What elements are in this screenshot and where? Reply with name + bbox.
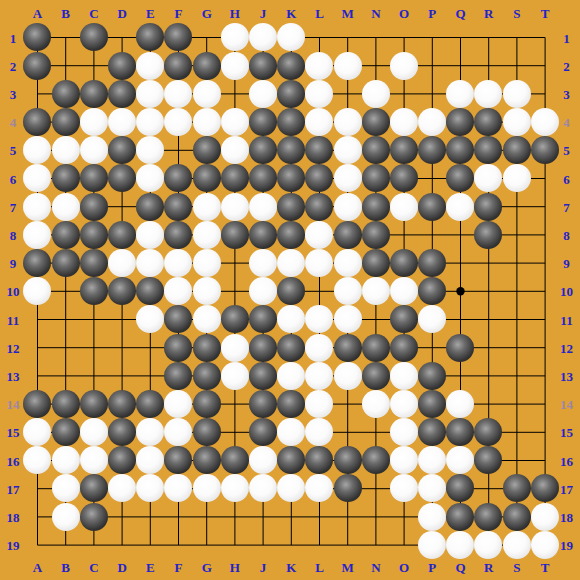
intersection-D12[interactable] [108, 333, 136, 361]
intersection-K14[interactable] [277, 390, 305, 418]
intersection-T15[interactable] [531, 418, 559, 446]
intersection-F15[interactable] [164, 418, 192, 446]
intersection-R7[interactable] [474, 193, 502, 221]
intersection-F11[interactable] [164, 305, 192, 333]
intersection-F14[interactable] [164, 390, 192, 418]
intersection-G4[interactable] [193, 108, 221, 136]
intersection-B12[interactable] [52, 333, 80, 361]
intersection-R2[interactable] [474, 52, 502, 80]
intersection-R17[interactable] [474, 474, 502, 502]
intersection-C5[interactable] [80, 136, 108, 164]
intersection-O10[interactable] [390, 277, 418, 305]
intersection-K15[interactable] [277, 418, 305, 446]
intersection-K2[interactable] [277, 52, 305, 80]
intersection-M19[interactable] [333, 531, 361, 559]
intersection-M2[interactable] [333, 52, 361, 80]
intersection-C9[interactable] [80, 249, 108, 277]
intersection-Q15[interactable] [446, 418, 474, 446]
intersection-D16[interactable] [108, 446, 136, 474]
intersection-F10[interactable] [164, 277, 192, 305]
intersection-P16[interactable] [418, 446, 446, 474]
intersection-C11[interactable] [80, 305, 108, 333]
intersection-P11[interactable] [418, 305, 446, 333]
intersection-F5[interactable] [164, 136, 192, 164]
intersection-D11[interactable] [108, 305, 136, 333]
intersection-G18[interactable] [193, 503, 221, 531]
intersection-C12[interactable] [80, 333, 108, 361]
intersection-R5[interactable] [474, 136, 502, 164]
intersection-G5[interactable] [193, 136, 221, 164]
intersection-L17[interactable] [305, 474, 333, 502]
intersection-L2[interactable] [305, 52, 333, 80]
intersection-J3[interactable] [249, 80, 277, 108]
intersection-E3[interactable] [136, 80, 164, 108]
intersection-Q9[interactable] [446, 249, 474, 277]
intersection-T14[interactable] [531, 390, 559, 418]
intersection-S9[interactable] [503, 249, 531, 277]
intersection-H5[interactable] [221, 136, 249, 164]
intersection-D1[interactable] [108, 23, 136, 51]
intersection-E12[interactable] [136, 333, 164, 361]
intersection-N14[interactable] [362, 390, 390, 418]
intersection-T9[interactable] [531, 249, 559, 277]
intersection-F4[interactable] [164, 108, 192, 136]
intersection-T18[interactable] [531, 503, 559, 531]
intersection-D14[interactable] [108, 390, 136, 418]
intersection-N15[interactable] [362, 418, 390, 446]
intersection-B1[interactable] [52, 23, 80, 51]
intersection-M5[interactable] [333, 136, 361, 164]
intersection-M12[interactable] [333, 333, 361, 361]
intersection-O18[interactable] [390, 503, 418, 531]
intersection-K7[interactable] [277, 193, 305, 221]
intersection-L8[interactable] [305, 221, 333, 249]
intersection-H19[interactable] [221, 531, 249, 559]
intersection-C4[interactable] [80, 108, 108, 136]
intersection-A13[interactable] [23, 362, 51, 390]
intersection-F2[interactable] [164, 52, 192, 80]
intersection-R10[interactable] [474, 277, 502, 305]
intersection-N18[interactable] [362, 503, 390, 531]
intersection-F12[interactable] [164, 333, 192, 361]
intersection-A12[interactable] [23, 333, 51, 361]
intersection-S17[interactable] [503, 474, 531, 502]
intersection-O12[interactable] [390, 333, 418, 361]
intersection-Q12[interactable] [446, 333, 474, 361]
intersection-G7[interactable] [193, 193, 221, 221]
intersection-L11[interactable] [305, 305, 333, 333]
intersection-D19[interactable] [108, 531, 136, 559]
intersection-N19[interactable] [362, 531, 390, 559]
intersection-N11[interactable] [362, 305, 390, 333]
intersection-R1[interactable] [474, 23, 502, 51]
intersection-G17[interactable] [193, 474, 221, 502]
intersection-B14[interactable] [52, 390, 80, 418]
intersection-L13[interactable] [305, 362, 333, 390]
intersection-O1[interactable] [390, 23, 418, 51]
intersection-B11[interactable] [52, 305, 80, 333]
intersection-S10[interactable] [503, 277, 531, 305]
intersection-J15[interactable] [249, 418, 277, 446]
intersection-N9[interactable] [362, 249, 390, 277]
intersection-C1[interactable] [80, 23, 108, 51]
intersection-C13[interactable] [80, 362, 108, 390]
intersection-F18[interactable] [164, 503, 192, 531]
intersection-E1[interactable] [136, 23, 164, 51]
intersection-K8[interactable] [277, 221, 305, 249]
intersection-R3[interactable] [474, 80, 502, 108]
intersection-O6[interactable] [390, 164, 418, 192]
intersection-C7[interactable] [80, 193, 108, 221]
intersection-N13[interactable] [362, 362, 390, 390]
intersection-L3[interactable] [305, 80, 333, 108]
intersection-L18[interactable] [305, 503, 333, 531]
intersection-E11[interactable] [136, 305, 164, 333]
intersection-D2[interactable] [108, 52, 136, 80]
intersection-Q1[interactable] [446, 23, 474, 51]
intersection-O14[interactable] [390, 390, 418, 418]
intersection-J5[interactable] [249, 136, 277, 164]
intersection-M7[interactable] [333, 193, 361, 221]
intersection-B16[interactable] [52, 446, 80, 474]
intersection-B8[interactable] [52, 221, 80, 249]
intersection-M4[interactable] [333, 108, 361, 136]
intersection-J4[interactable] [249, 108, 277, 136]
intersection-D13[interactable] [108, 362, 136, 390]
intersection-G6[interactable] [193, 164, 221, 192]
intersection-Q4[interactable] [446, 108, 474, 136]
intersection-K3[interactable] [277, 80, 305, 108]
intersection-G13[interactable] [193, 362, 221, 390]
intersection-O15[interactable] [390, 418, 418, 446]
intersection-P14[interactable] [418, 390, 446, 418]
intersection-A18[interactable] [23, 503, 51, 531]
intersection-Q3[interactable] [446, 80, 474, 108]
intersection-L5[interactable] [305, 136, 333, 164]
intersection-H1[interactable] [221, 23, 249, 51]
intersection-P1[interactable] [418, 23, 446, 51]
intersection-A15[interactable] [23, 418, 51, 446]
intersection-B6[interactable] [52, 164, 80, 192]
intersection-R18[interactable] [474, 503, 502, 531]
intersection-K4[interactable] [277, 108, 305, 136]
intersection-Q14[interactable] [446, 390, 474, 418]
intersection-H16[interactable] [221, 446, 249, 474]
intersection-N2[interactable] [362, 52, 390, 80]
intersection-Q16[interactable] [446, 446, 474, 474]
intersection-S11[interactable] [503, 305, 531, 333]
intersection-O19[interactable] [390, 531, 418, 559]
intersection-O11[interactable] [390, 305, 418, 333]
intersection-J7[interactable] [249, 193, 277, 221]
intersection-D5[interactable] [108, 136, 136, 164]
intersection-P4[interactable] [418, 108, 446, 136]
intersection-R11[interactable] [474, 305, 502, 333]
intersection-M17[interactable] [333, 474, 361, 502]
intersection-J11[interactable] [249, 305, 277, 333]
intersection-P8[interactable] [418, 221, 446, 249]
intersection-Q11[interactable] [446, 305, 474, 333]
intersection-P15[interactable] [418, 418, 446, 446]
intersection-T2[interactable] [531, 52, 559, 80]
intersection-P2[interactable] [418, 52, 446, 80]
intersection-T5[interactable] [531, 136, 559, 164]
intersection-N3[interactable] [362, 80, 390, 108]
intersection-G10[interactable] [193, 277, 221, 305]
intersection-G9[interactable] [193, 249, 221, 277]
intersection-K1[interactable] [277, 23, 305, 51]
intersection-M3[interactable] [333, 80, 361, 108]
intersection-H7[interactable] [221, 193, 249, 221]
intersection-B18[interactable] [52, 503, 80, 531]
intersection-T16[interactable] [531, 446, 559, 474]
intersection-E7[interactable] [136, 193, 164, 221]
intersection-F1[interactable] [164, 23, 192, 51]
intersection-L7[interactable] [305, 193, 333, 221]
intersection-R4[interactable] [474, 108, 502, 136]
intersection-T17[interactable] [531, 474, 559, 502]
intersection-L12[interactable] [305, 333, 333, 361]
intersection-S5[interactable] [503, 136, 531, 164]
intersection-B17[interactable] [52, 474, 80, 502]
intersection-H17[interactable] [221, 474, 249, 502]
intersection-M14[interactable] [333, 390, 361, 418]
intersection-T6[interactable] [531, 164, 559, 192]
intersection-H10[interactable] [221, 277, 249, 305]
intersection-S3[interactable] [503, 80, 531, 108]
intersection-O9[interactable] [390, 249, 418, 277]
intersection-F6[interactable] [164, 164, 192, 192]
intersection-D8[interactable] [108, 221, 136, 249]
intersection-S12[interactable] [503, 333, 531, 361]
intersection-S19[interactable] [503, 531, 531, 559]
intersection-E13[interactable] [136, 362, 164, 390]
intersection-A8[interactable] [23, 221, 51, 249]
intersection-M13[interactable] [333, 362, 361, 390]
intersection-L15[interactable] [305, 418, 333, 446]
intersection-Q5[interactable] [446, 136, 474, 164]
intersection-H11[interactable] [221, 305, 249, 333]
intersection-A6[interactable] [23, 164, 51, 192]
intersection-T3[interactable] [531, 80, 559, 108]
intersection-P18[interactable] [418, 503, 446, 531]
intersection-M1[interactable] [333, 23, 361, 51]
intersection-S13[interactable] [503, 362, 531, 390]
intersection-N4[interactable] [362, 108, 390, 136]
intersection-B13[interactable] [52, 362, 80, 390]
intersection-C16[interactable] [80, 446, 108, 474]
intersection-L10[interactable] [305, 277, 333, 305]
intersection-M16[interactable] [333, 446, 361, 474]
intersection-H15[interactable] [221, 418, 249, 446]
intersection-A1[interactable] [23, 23, 51, 51]
intersection-G2[interactable] [193, 52, 221, 80]
intersection-E10[interactable] [136, 277, 164, 305]
intersection-T7[interactable] [531, 193, 559, 221]
intersection-M18[interactable] [333, 503, 361, 531]
intersection-D9[interactable] [108, 249, 136, 277]
intersection-M15[interactable] [333, 418, 361, 446]
intersection-D6[interactable] [108, 164, 136, 192]
intersection-S7[interactable] [503, 193, 531, 221]
intersection-E16[interactable] [136, 446, 164, 474]
intersection-D7[interactable] [108, 193, 136, 221]
intersection-K9[interactable] [277, 249, 305, 277]
intersection-H12[interactable] [221, 333, 249, 361]
intersection-H3[interactable] [221, 80, 249, 108]
intersection-C19[interactable] [80, 531, 108, 559]
intersection-J8[interactable] [249, 221, 277, 249]
intersection-C2[interactable] [80, 52, 108, 80]
intersection-L14[interactable] [305, 390, 333, 418]
intersection-J10[interactable] [249, 277, 277, 305]
intersection-C15[interactable] [80, 418, 108, 446]
intersection-M10[interactable] [333, 277, 361, 305]
intersection-P6[interactable] [418, 164, 446, 192]
intersection-G12[interactable] [193, 333, 221, 361]
intersection-Q19[interactable] [446, 531, 474, 559]
intersection-A4[interactable] [23, 108, 51, 136]
intersection-C3[interactable] [80, 80, 108, 108]
intersection-T4[interactable] [531, 108, 559, 136]
intersection-E9[interactable] [136, 249, 164, 277]
intersection-A19[interactable] [23, 531, 51, 559]
intersection-T10[interactable] [531, 277, 559, 305]
intersection-K6[interactable] [277, 164, 305, 192]
intersection-O17[interactable] [390, 474, 418, 502]
intersection-O2[interactable] [390, 52, 418, 80]
intersection-J19[interactable] [249, 531, 277, 559]
intersection-H8[interactable] [221, 221, 249, 249]
intersection-N12[interactable] [362, 333, 390, 361]
intersection-J13[interactable] [249, 362, 277, 390]
intersection-M8[interactable] [333, 221, 361, 249]
intersection-L1[interactable] [305, 23, 333, 51]
intersection-S15[interactable] [503, 418, 531, 446]
intersection-O7[interactable] [390, 193, 418, 221]
intersection-F9[interactable] [164, 249, 192, 277]
intersection-E15[interactable] [136, 418, 164, 446]
intersection-R14[interactable] [474, 390, 502, 418]
intersection-F19[interactable] [164, 531, 192, 559]
intersection-B4[interactable] [52, 108, 80, 136]
intersection-L19[interactable] [305, 531, 333, 559]
intersection-C6[interactable] [80, 164, 108, 192]
intersection-K12[interactable] [277, 333, 305, 361]
intersection-L9[interactable] [305, 249, 333, 277]
intersection-N5[interactable] [362, 136, 390, 164]
intersection-S16[interactable] [503, 446, 531, 474]
intersection-K18[interactable] [277, 503, 305, 531]
intersection-H2[interactable] [221, 52, 249, 80]
intersection-T1[interactable] [531, 23, 559, 51]
intersection-F3[interactable] [164, 80, 192, 108]
intersection-L6[interactable] [305, 164, 333, 192]
intersection-O16[interactable] [390, 446, 418, 474]
intersection-P17[interactable] [418, 474, 446, 502]
intersection-O3[interactable] [390, 80, 418, 108]
intersection-G11[interactable] [193, 305, 221, 333]
intersection-A7[interactable] [23, 193, 51, 221]
intersection-T11[interactable] [531, 305, 559, 333]
intersection-R13[interactable] [474, 362, 502, 390]
intersection-G16[interactable] [193, 446, 221, 474]
intersection-N16[interactable] [362, 446, 390, 474]
intersection-H4[interactable] [221, 108, 249, 136]
intersection-D15[interactable] [108, 418, 136, 446]
intersection-J9[interactable] [249, 249, 277, 277]
intersection-T12[interactable] [531, 333, 559, 361]
intersection-E2[interactable] [136, 52, 164, 80]
intersection-B19[interactable] [52, 531, 80, 559]
intersection-H9[interactable] [221, 249, 249, 277]
intersection-G1[interactable] [193, 23, 221, 51]
intersection-A17[interactable] [23, 474, 51, 502]
intersection-K19[interactable] [277, 531, 305, 559]
intersection-A16[interactable] [23, 446, 51, 474]
intersection-F13[interactable] [164, 362, 192, 390]
intersection-T13[interactable] [531, 362, 559, 390]
intersection-M6[interactable] [333, 164, 361, 192]
intersection-E6[interactable] [136, 164, 164, 192]
intersection-D4[interactable] [108, 108, 136, 136]
intersection-N10[interactable] [362, 277, 390, 305]
intersection-B5[interactable] [52, 136, 80, 164]
intersection-B7[interactable] [52, 193, 80, 221]
intersection-G15[interactable] [193, 418, 221, 446]
intersection-S2[interactable] [503, 52, 531, 80]
intersection-B3[interactable] [52, 80, 80, 108]
intersection-T8[interactable] [531, 221, 559, 249]
intersection-H6[interactable] [221, 164, 249, 192]
intersection-L16[interactable] [305, 446, 333, 474]
intersection-J16[interactable] [249, 446, 277, 474]
intersection-B10[interactable] [52, 277, 80, 305]
intersection-O8[interactable] [390, 221, 418, 249]
intersection-N17[interactable] [362, 474, 390, 502]
intersection-F16[interactable] [164, 446, 192, 474]
intersection-P12[interactable] [418, 333, 446, 361]
intersection-Q7[interactable] [446, 193, 474, 221]
intersection-K5[interactable] [277, 136, 305, 164]
intersection-G19[interactable] [193, 531, 221, 559]
intersection-K11[interactable] [277, 305, 305, 333]
intersection-P10[interactable] [418, 277, 446, 305]
intersection-E5[interactable] [136, 136, 164, 164]
intersection-P9[interactable] [418, 249, 446, 277]
intersection-E4[interactable] [136, 108, 164, 136]
intersection-J14[interactable] [249, 390, 277, 418]
intersection-K10[interactable] [277, 277, 305, 305]
intersection-A11[interactable] [23, 305, 51, 333]
intersection-O4[interactable] [390, 108, 418, 136]
intersection-O13[interactable] [390, 362, 418, 390]
intersection-Q8[interactable] [446, 221, 474, 249]
intersection-G3[interactable] [193, 80, 221, 108]
intersection-H13[interactable] [221, 362, 249, 390]
intersection-Q17[interactable] [446, 474, 474, 502]
intersection-B15[interactable] [52, 418, 80, 446]
intersection-E18[interactable] [136, 503, 164, 531]
intersection-D17[interactable] [108, 474, 136, 502]
intersection-R9[interactable] [474, 249, 502, 277]
intersection-C18[interactable] [80, 503, 108, 531]
intersection-F7[interactable] [164, 193, 192, 221]
intersection-C8[interactable] [80, 221, 108, 249]
intersection-E19[interactable] [136, 531, 164, 559]
intersection-J6[interactable] [249, 164, 277, 192]
intersection-B9[interactable] [52, 249, 80, 277]
